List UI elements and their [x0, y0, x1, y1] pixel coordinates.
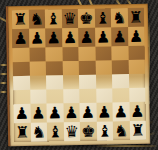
- square-f7[interactable]: ♟: [95, 27, 112, 46]
- square-f6[interactable]: [95, 46, 112, 60]
- square-h4[interactable]: [128, 74, 145, 88]
- square-e3[interactable]: [79, 89, 96, 103]
- square-c7[interactable]: ♟: [45, 28, 62, 47]
- square-d7[interactable]: ♟: [62, 28, 79, 47]
- piece-white-pawn[interactable]: ♟: [97, 102, 112, 121]
- piece-black-knight[interactable]: ♞: [29, 10, 44, 29]
- square-d6[interactable]: [62, 47, 79, 61]
- piece-black-pawn[interactable]: ♟: [79, 28, 94, 47]
- square-a5[interactable]: [13, 62, 30, 76]
- photo-scene: ♜♞♝♛♚♝♞♜♟♟♟♟♟♟♟♟♟♟♟♟♟♟♟♟♜♞♝♛♚♝♞♜: [0, 0, 158, 150]
- piece-white-rook[interactable]: ♜: [130, 121, 145, 140]
- square-b3[interactable]: [30, 90, 47, 104]
- piece-white-pawn[interactable]: ♟: [31, 104, 46, 123]
- square-d3[interactable]: [63, 89, 80, 103]
- piece-white-pawn[interactable]: ♟: [15, 104, 30, 123]
- board-grid: ♜♞♝♛♚♝♞♜♟♟♟♟♟♟♟♟♟♟♟♟♟♟♟♟♜♞♝♛♚♝♞♜: [12, 8, 146, 142]
- square-h6[interactable]: [128, 46, 145, 60]
- square-e1[interactable]: ♚: [80, 122, 97, 141]
- square-b5[interactable]: [29, 62, 46, 76]
- square-e5[interactable]: [79, 61, 96, 75]
- piece-white-pawn[interactable]: ♟: [114, 102, 129, 121]
- piece-black-pawn[interactable]: ♟: [46, 28, 61, 47]
- piece-white-queen[interactable]: ♛: [64, 122, 79, 141]
- piece-black-pawn[interactable]: ♟: [13, 29, 28, 48]
- piece-white-bishop[interactable]: ♝: [97, 121, 112, 140]
- piece-white-pawn[interactable]: ♟: [64, 103, 79, 122]
- square-f3[interactable]: [96, 88, 113, 102]
- square-e8[interactable]: ♚: [78, 9, 95, 28]
- square-h3[interactable]: [129, 88, 146, 102]
- square-g2[interactable]: ♟: [112, 102, 129, 121]
- square-d8[interactable]: ♛: [61, 9, 78, 28]
- square-f1[interactable]: ♝: [96, 121, 113, 140]
- square-h2[interactable]: ♟: [129, 102, 146, 121]
- square-a4[interactable]: [13, 76, 30, 90]
- square-c3[interactable]: [46, 89, 63, 103]
- carpet-pattern-line: [96, 145, 156, 147]
- square-g4[interactable]: [112, 74, 129, 88]
- square-f4[interactable]: [95, 74, 112, 88]
- piece-white-knight[interactable]: ♞: [114, 121, 129, 140]
- square-f8[interactable]: ♝: [94, 8, 111, 27]
- square-a2[interactable]: ♟: [13, 104, 30, 123]
- square-e4[interactable]: [79, 75, 96, 89]
- square-a1[interactable]: ♜: [14, 123, 31, 142]
- square-b7[interactable]: ♟: [29, 29, 46, 48]
- square-a7[interactable]: ♟: [12, 29, 29, 48]
- square-c1[interactable]: ♝: [47, 122, 64, 141]
- piece-black-pawn[interactable]: ♟: [63, 28, 78, 47]
- square-a8[interactable]: ♜: [12, 10, 29, 29]
- square-a3[interactable]: [13, 90, 30, 104]
- square-b6[interactable]: [29, 48, 46, 62]
- square-b8[interactable]: ♞: [28, 10, 45, 29]
- square-f5[interactable]: [95, 60, 112, 74]
- carpet-pattern-line: [0, 82, 7, 84]
- square-g7[interactable]: ♟: [111, 27, 128, 46]
- piece-white-king[interactable]: ♚: [81, 122, 96, 141]
- piece-black-queen[interactable]: ♛: [62, 9, 77, 28]
- piece-black-bishop[interactable]: ♝: [46, 9, 61, 28]
- square-g8[interactable]: ♞: [111, 8, 128, 27]
- square-e2[interactable]: ♟: [79, 103, 96, 122]
- square-g5[interactable]: [112, 60, 129, 74]
- piece-black-bishop[interactable]: ♝: [95, 8, 110, 27]
- piece-white-pawn[interactable]: ♟: [130, 102, 145, 121]
- square-c4[interactable]: [46, 75, 63, 89]
- square-f2[interactable]: ♟: [96, 102, 113, 121]
- square-g1[interactable]: ♞: [113, 121, 130, 140]
- square-c5[interactable]: [46, 61, 63, 75]
- square-b4[interactable]: [30, 76, 47, 90]
- piece-white-knight[interactable]: ♞: [31, 123, 46, 142]
- piece-black-rook[interactable]: ♜: [13, 10, 28, 29]
- square-h8[interactable]: ♜: [127, 8, 144, 27]
- square-e6[interactable]: [79, 47, 96, 61]
- square-b1[interactable]: ♞: [30, 123, 47, 142]
- chess-board: ♜♞♝♛♚♝♞♜♟♟♟♟♟♟♟♟♟♟♟♟♟♟♟♟♜♞♝♛♚♝♞♜: [6, 4, 150, 146]
- square-c2[interactable]: ♟: [46, 103, 63, 122]
- square-c6[interactable]: [46, 47, 63, 61]
- piece-black-king[interactable]: ♚: [79, 9, 94, 28]
- square-h1[interactable]: ♜: [129, 121, 146, 140]
- square-d1[interactable]: ♛: [63, 122, 80, 141]
- square-h5[interactable]: [128, 60, 145, 74]
- square-a6[interactable]: [13, 48, 30, 62]
- piece-black-pawn[interactable]: ♟: [129, 27, 144, 46]
- square-h7[interactable]: ♟: [128, 27, 145, 46]
- piece-black-pawn[interactable]: ♟: [96, 27, 111, 46]
- piece-black-pawn[interactable]: ♟: [30, 29, 45, 48]
- piece-black-knight[interactable]: ♞: [112, 8, 127, 27]
- square-g6[interactable]: [112, 46, 129, 60]
- square-e7[interactable]: ♟: [78, 28, 95, 47]
- square-g3[interactable]: [112, 88, 129, 102]
- square-b2[interactable]: ♟: [30, 104, 47, 123]
- piece-white-bishop[interactable]: ♝: [48, 122, 63, 141]
- square-c8[interactable]: ♝: [45, 9, 62, 28]
- square-d2[interactable]: ♟: [63, 103, 80, 122]
- piece-white-pawn[interactable]: ♟: [48, 103, 63, 122]
- carpet-pattern-line: [0, 91, 7, 93]
- square-d4[interactable]: [63, 75, 80, 89]
- piece-black-pawn[interactable]: ♟: [112, 27, 127, 46]
- piece-white-pawn[interactable]: ♟: [81, 103, 96, 122]
- piece-white-rook[interactable]: ♜: [15, 123, 30, 142]
- square-d5[interactable]: [62, 61, 79, 75]
- piece-black-rook[interactable]: ♜: [128, 8, 143, 27]
